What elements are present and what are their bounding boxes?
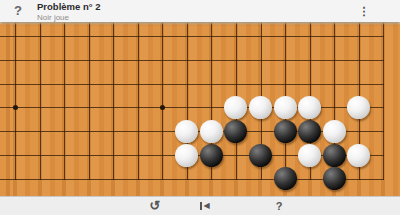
board-grid-vline: [162, 22, 163, 180]
bottom-toolbar: ↺ ◀ ?: [0, 196, 400, 215]
board-grid-vline: [64, 22, 65, 180]
board-grid-hline: [0, 60, 384, 61]
white-stone: [274, 96, 297, 119]
white-stone: [347, 144, 370, 167]
black-stone: [323, 144, 346, 167]
title-block: Problème n° 2 Noir joue: [37, 2, 100, 22]
page-title: Problème n° 2: [37, 2, 100, 12]
black-stone: [274, 167, 297, 190]
star-point: [160, 105, 165, 110]
goban[interactable]: [0, 22, 400, 196]
white-stone: [298, 144, 321, 167]
white-stone: [224, 96, 247, 119]
app-screen: ? Problème n° 2 Noir joue ⋮ ↺ ◀ ?: [0, 0, 400, 215]
help-icon[interactable]: ?: [10, 2, 26, 20]
white-stone: [298, 96, 321, 119]
go-to-start-triangle: ◀: [203, 197, 209, 215]
board-grid-vline: [113, 22, 114, 180]
board-grid-hline: [0, 84, 384, 85]
white-stone: [175, 144, 198, 167]
go-to-start-icon[interactable]: ◀: [196, 197, 214, 215]
go-to-start-bar: [200, 202, 202, 210]
white-stone: [200, 120, 223, 143]
top-action-bar: ? Problème n° 2 Noir joue ⋮: [0, 0, 400, 22]
overflow-menu-icon[interactable]: ⋮: [358, 3, 370, 19]
black-stone: [298, 120, 321, 143]
star-point: [13, 105, 18, 110]
white-stone: [323, 120, 346, 143]
white-stone: [347, 96, 370, 119]
black-stone: [249, 144, 272, 167]
turn-indicator: Noir joue: [37, 13, 100, 22]
white-stone: [249, 96, 272, 119]
undo-icon[interactable]: ↺: [147, 197, 163, 215]
board-grid-vline: [40, 22, 41, 180]
hint-icon[interactable]: ?: [272, 197, 286, 215]
board-grid-vline: [89, 22, 90, 180]
board-grid-hline: [0, 36, 384, 37]
black-stone: [224, 120, 247, 143]
white-stone: [175, 120, 198, 143]
black-stone: [200, 144, 223, 167]
black-stone: [274, 120, 297, 143]
board-grid-hline: [0, 107, 384, 108]
black-stone: [323, 167, 346, 190]
board-grid-vline: [383, 22, 384, 180]
board-grid-vline: [138, 22, 139, 180]
board-grid-vline: [15, 22, 16, 180]
